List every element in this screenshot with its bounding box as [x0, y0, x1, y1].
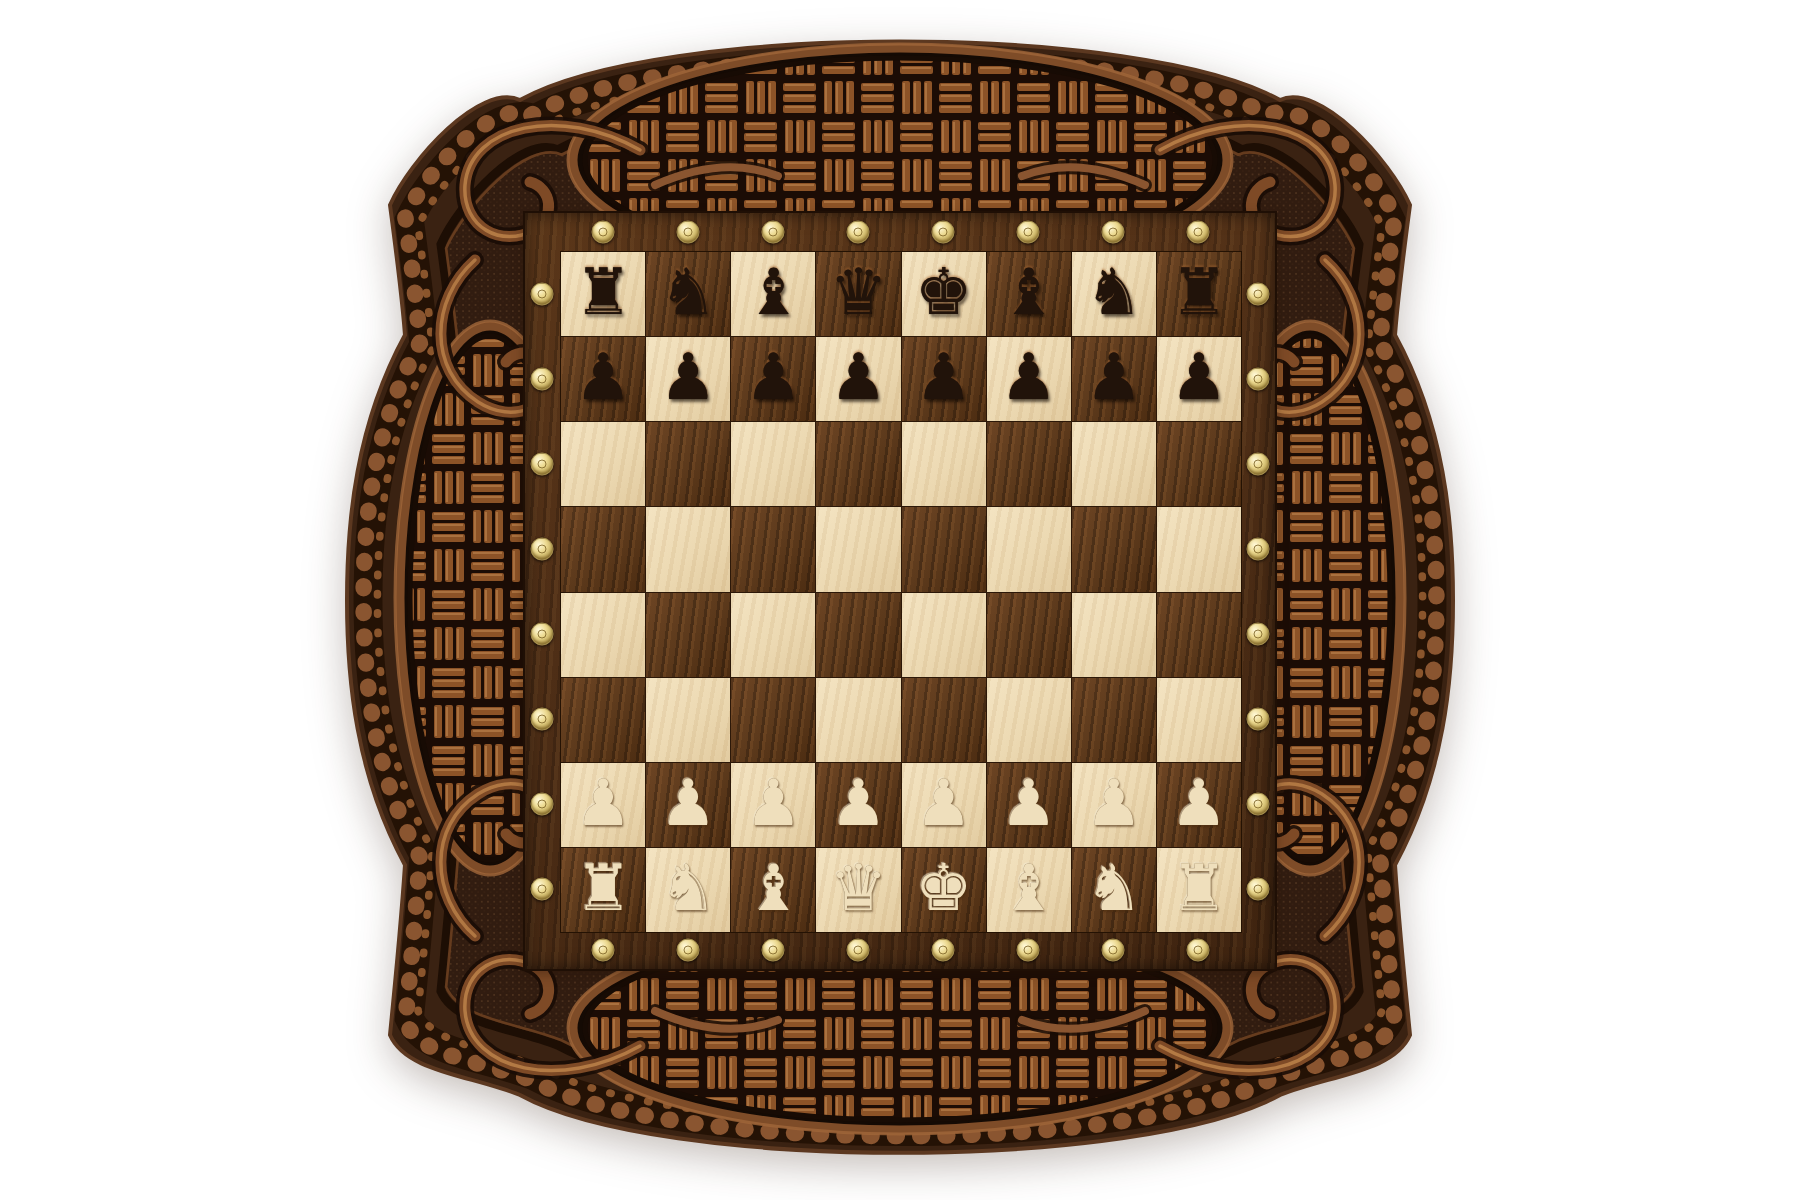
brass-pin — [761, 221, 784, 244]
square-e1[interactable]: ♚ — [902, 848, 986, 932]
brass-pin — [531, 792, 554, 815]
black-knight-g8[interactable]: ♞ — [1085, 260, 1142, 324]
square-b8[interactable]: ♞ — [646, 252, 730, 336]
square-e6[interactable] — [902, 422, 986, 506]
square-c4[interactable] — [731, 593, 815, 677]
white-pawn-a2[interactable]: ♟ — [574, 771, 631, 835]
brass-pin — [846, 221, 869, 244]
square-h2[interactable]: ♟ — [1157, 763, 1241, 847]
square-h6[interactable] — [1157, 422, 1241, 506]
square-g7[interactable]: ♟ — [1072, 337, 1156, 421]
black-pawn-h7[interactable]: ♟ — [1170, 345, 1227, 409]
square-h8[interactable]: ♜ — [1157, 252, 1241, 336]
brass-pin — [931, 221, 954, 244]
square-a4[interactable] — [561, 593, 645, 677]
square-h3[interactable] — [1157, 678, 1241, 762]
brass-pin — [676, 221, 699, 244]
brass-pin — [591, 221, 614, 244]
square-c6[interactable] — [731, 422, 815, 506]
brass-pin — [846, 939, 869, 962]
white-rook-h1[interactable]: ♜ — [1170, 856, 1227, 920]
brass-pin — [1247, 622, 1270, 645]
white-pawn-c2[interactable]: ♟ — [745, 771, 802, 835]
square-f2[interactable]: ♟ — [987, 763, 1071, 847]
brass-pin — [1247, 877, 1270, 900]
square-d2[interactable]: ♟ — [816, 763, 900, 847]
square-d7[interactable]: ♟ — [816, 337, 900, 421]
board-grid: ♜♞♝♛♚♝♞♜♟♟♟♟♟♟♟♟♟♟♟♟♟♟♟♟♜♞♝♛♚♝♞♜ — [560, 251, 1242, 933]
white-pawn-g2[interactable]: ♟ — [1085, 771, 1142, 835]
square-e8[interactable]: ♚ — [902, 252, 986, 336]
square-c8[interactable]: ♝ — [731, 252, 815, 336]
black-pawn-e7[interactable]: ♟ — [915, 345, 972, 409]
black-pawn-d7[interactable]: ♟ — [830, 345, 887, 409]
white-pawn-d2[interactable]: ♟ — [830, 771, 887, 835]
square-f1[interactable]: ♝ — [987, 848, 1071, 932]
square-c7[interactable]: ♟ — [731, 337, 815, 421]
square-e5[interactable] — [902, 507, 986, 591]
chess-board: ♜♞♝♛♚♝♞♜♟♟♟♟♟♟♟♟♟♟♟♟♟♟♟♟♜♞♝♛♚♝♞♜ — [523, 211, 1277, 971]
square-g3[interactable] — [1072, 678, 1156, 762]
white-pawn-f2[interactable]: ♟ — [1000, 771, 1057, 835]
square-h4[interactable] — [1157, 593, 1241, 677]
black-rook-h8[interactable]: ♜ — [1170, 260, 1227, 324]
square-a7[interactable]: ♟ — [561, 337, 645, 421]
brass-pin — [931, 939, 954, 962]
brass-pin — [1016, 939, 1039, 962]
square-g4[interactable] — [1072, 593, 1156, 677]
square-b3[interactable] — [646, 678, 730, 762]
white-king-e1[interactable]: ♚ — [915, 856, 972, 920]
black-pawn-f7[interactable]: ♟ — [1000, 345, 1057, 409]
square-d6[interactable] — [816, 422, 900, 506]
square-e7[interactable]: ♟ — [902, 337, 986, 421]
square-f5[interactable] — [987, 507, 1071, 591]
square-c3[interactable] — [731, 678, 815, 762]
brass-pin — [676, 939, 699, 962]
brass-pin — [761, 939, 784, 962]
square-d4[interactable] — [816, 593, 900, 677]
brass-pin — [1101, 221, 1124, 244]
black-pawn-a7[interactable]: ♟ — [574, 345, 631, 409]
brass-pin — [591, 939, 614, 962]
white-knight-g1[interactable]: ♞ — [1085, 856, 1142, 920]
square-h1[interactable]: ♜ — [1157, 848, 1241, 932]
square-c2[interactable]: ♟ — [731, 763, 815, 847]
white-pawn-b2[interactable]: ♟ — [660, 771, 717, 835]
square-a6[interactable] — [561, 422, 645, 506]
brass-pin — [1186, 221, 1209, 244]
square-b2[interactable]: ♟ — [646, 763, 730, 847]
square-e3[interactable] — [902, 678, 986, 762]
white-bishop-c1[interactable]: ♝ — [745, 856, 802, 920]
square-b4[interactable] — [646, 593, 730, 677]
square-f7[interactable]: ♟ — [987, 337, 1071, 421]
brass-pin — [1247, 707, 1270, 730]
white-pawn-h2[interactable]: ♟ — [1170, 771, 1227, 835]
square-b1[interactable]: ♞ — [646, 848, 730, 932]
square-f3[interactable] — [987, 678, 1071, 762]
brass-pin — [1247, 537, 1270, 560]
brass-pin — [1247, 452, 1270, 475]
square-b5[interactable] — [646, 507, 730, 591]
square-b6[interactable] — [646, 422, 730, 506]
brass-pin — [1247, 282, 1270, 305]
black-pawn-g7[interactable]: ♟ — [1085, 345, 1142, 409]
brass-pin — [531, 452, 554, 475]
black-knight-b8[interactable]: ♞ — [660, 260, 717, 324]
black-pawn-c7[interactable]: ♟ — [745, 345, 802, 409]
square-h7[interactable]: ♟ — [1157, 337, 1241, 421]
square-d5[interactable] — [816, 507, 900, 591]
brass-pin — [531, 367, 554, 390]
square-g2[interactable]: ♟ — [1072, 763, 1156, 847]
square-d1[interactable]: ♛ — [816, 848, 900, 932]
square-a3[interactable] — [561, 678, 645, 762]
square-c5[interactable] — [731, 507, 815, 591]
square-d8[interactable]: ♛ — [816, 252, 900, 336]
brass-pin — [531, 877, 554, 900]
brass-pin — [531, 282, 554, 305]
square-c1[interactable]: ♝ — [731, 848, 815, 932]
square-f8[interactable]: ♝ — [987, 252, 1071, 336]
white-queen-d1[interactable]: ♛ — [830, 856, 887, 920]
square-a2[interactable]: ♟ — [561, 763, 645, 847]
square-b7[interactable]: ♟ — [646, 337, 730, 421]
black-pawn-b7[interactable]: ♟ — [660, 345, 717, 409]
black-queen-d8[interactable]: ♛ — [830, 260, 887, 324]
brass-pin — [531, 622, 554, 645]
square-a5[interactable] — [561, 507, 645, 591]
black-king-e8[interactable]: ♚ — [915, 260, 972, 324]
brass-pin — [531, 707, 554, 730]
square-g5[interactable] — [1072, 507, 1156, 591]
brass-pin — [531, 537, 554, 560]
square-h5[interactable] — [1157, 507, 1241, 591]
white-rook-a1[interactable]: ♜ — [574, 856, 631, 920]
square-f6[interactable] — [987, 422, 1071, 506]
brass-pin — [1186, 939, 1209, 962]
square-a8[interactable]: ♜ — [561, 252, 645, 336]
brass-pin — [1247, 792, 1270, 815]
white-pawn-e2[interactable]: ♟ — [915, 771, 972, 835]
brass-pin — [1016, 221, 1039, 244]
square-e2[interactable]: ♟ — [902, 763, 986, 847]
square-e4[interactable] — [902, 593, 986, 677]
square-a1[interactable]: ♜ — [561, 848, 645, 932]
square-g6[interactable] — [1072, 422, 1156, 506]
black-rook-a8[interactable]: ♜ — [574, 260, 631, 324]
black-bishop-c8[interactable]: ♝ — [745, 260, 802, 324]
brass-pin — [1101, 939, 1124, 962]
white-bishop-f1[interactable]: ♝ — [1000, 856, 1057, 920]
black-bishop-f8[interactable]: ♝ — [1000, 260, 1057, 324]
square-g8[interactable]: ♞ — [1072, 252, 1156, 336]
square-g1[interactable]: ♞ — [1072, 848, 1156, 932]
photo-canvas: ♜♞♝♛♚♝♞♜♟♟♟♟♟♟♟♟♟♟♟♟♟♟♟♟♜♞♝♛♚♝♞♜ — [0, 0, 1800, 1200]
brass-pin — [1247, 367, 1270, 390]
square-f4[interactable] — [987, 593, 1071, 677]
white-knight-b1[interactable]: ♞ — [660, 856, 717, 920]
square-d3[interactable] — [816, 678, 900, 762]
